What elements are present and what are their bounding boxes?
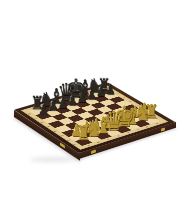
piece-white-knight-b1: ♞ (85, 118, 103, 140)
piece-black-pawn-h7: ♟ (101, 83, 119, 97)
piece-black-pawn-c7: ♟ (54, 97, 72, 111)
piece-black-rook-h8: ♜ (95, 76, 113, 93)
piece-black-knight-g8: ♞ (85, 77, 103, 96)
piece-white-pawn-h2: ♟ (136, 102, 154, 118)
piece-black-bishop-c8: ♝ (48, 87, 66, 107)
piece-white-rook-a1: ♜ (75, 123, 93, 143)
piece-white-pawn-g2: ♟ (126, 105, 144, 121)
piece-white-pawn-d2: ♟ (97, 114, 115, 130)
piece-black-queen-d8: ♛ (57, 81, 75, 105)
piece-black-pawn-g7: ♟ (92, 86, 110, 100)
piece-white-pawn-b2: ♟ (78, 120, 96, 136)
piece-black-pawn-a7: ♟ (34, 103, 52, 118)
piece-white-queen-d1: ♛ (104, 108, 122, 134)
piece-white-pawn-f2: ♟ (117, 108, 135, 124)
piece-black-pawn-d7: ♟ (64, 94, 82, 108)
piece-white-bishop-c1: ♝ (94, 115, 112, 138)
pieces-layer: ♜♞♝♛♚♝♞♜♟♟♟♟♟♟♟♟♟♟♟♟♟♟♟♟♜♞♝♛♚♝♞♜ (0, 0, 178, 222)
piece-white-pawn-a2: ♟ (68, 123, 86, 139)
piece-black-pawn-b7: ♟ (44, 100, 62, 115)
product-photo: hgfedcba hgfedcba 87654321 87654321 ♜♞♝♛… (0, 0, 178, 222)
piece-white-bishop-f1: ♝ (124, 106, 142, 128)
piece-black-bishop-f8: ♝ (76, 79, 94, 99)
piece-black-king-e8: ♚ (67, 76, 85, 101)
piece-black-pawn-e7: ♟ (73, 91, 91, 105)
piece-white-king-e1: ♚ (114, 103, 132, 131)
piece-black-rook-a8: ♜ (28, 95, 46, 113)
piece-white-pawn-e2: ♟ (107, 111, 125, 127)
piece-white-rook-h1: ♜ (143, 102, 161, 122)
piece-white-knight-g1: ♞ (133, 103, 151, 124)
piece-black-pawn-f7: ♟ (83, 89, 101, 103)
piece-white-pawn-c2: ♟ (87, 117, 105, 133)
piece-black-knight-b8: ♞ (38, 90, 56, 110)
